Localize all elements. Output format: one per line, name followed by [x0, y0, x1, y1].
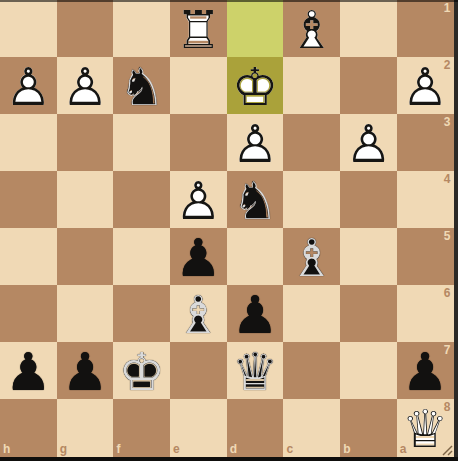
square-b4[interactable] — [340, 171, 397, 228]
coord-rank-1: 1 — [444, 2, 451, 14]
board-right-gutter — [454, 0, 458, 461]
piece-black-knight[interactable]: ♞♘ — [113, 57, 170, 114]
piece-glyph: ♟ — [5, 346, 52, 398]
piece-black-bishop[interactable]: ♝♗ — [170, 285, 227, 342]
piece-white-pawn[interactable]: ♟♙ — [170, 171, 227, 228]
piece-glyph-outline: ♙ — [62, 61, 109, 113]
piece-glyph-outline: ♕ — [232, 346, 279, 398]
piece-glyph: ♟ — [232, 289, 279, 341]
piece-glyph: ♟ — [345, 118, 392, 170]
piece-glyph-outline: ♘ — [118, 61, 165, 113]
piece-glyph-outline: ♘ — [232, 175, 279, 227]
piece-white-pawn[interactable]: ♟♙ — [227, 114, 284, 171]
piece-glyph: ♟ — [402, 61, 449, 113]
square-b5[interactable] — [340, 228, 397, 285]
square-f2[interactable]: ♞♘ — [113, 57, 170, 114]
piece-glyph-outline: ♖ — [175, 4, 222, 56]
square-e2[interactable] — [170, 57, 227, 114]
piece-black-pawn[interactable]: ♟ — [57, 342, 114, 399]
square-e3[interactable] — [170, 114, 227, 171]
square-d3[interactable]: ♟♙ — [227, 114, 284, 171]
piece-glyph-outline: ♙ — [232, 118, 279, 170]
square-c5[interactable]: ♝♗ — [283, 228, 340, 285]
square-e8[interactable]: e — [170, 399, 227, 456]
piece-glyph: ♟ — [232, 118, 279, 170]
piece-glyph: ♟ — [62, 61, 109, 113]
piece-glyph: ♚ — [232, 61, 279, 113]
coord-file-b: b — [343, 443, 350, 455]
piece-white-pawn[interactable]: ♟♙ — [340, 114, 397, 171]
chess-board: ♜♖♝♗1♟♙♟♙♞♘♚♔2♟♙♟♙♟♙3♟♙♞♘4♟♝♗5♝♗♟6♟♟♚♔♛♕… — [0, 0, 454, 457]
square-h4[interactable] — [0, 171, 57, 228]
piece-glyph-outline: ♔ — [118, 346, 165, 398]
square-f5[interactable] — [113, 228, 170, 285]
piece-glyph: ♚ — [118, 346, 165, 398]
square-g4[interactable] — [57, 171, 114, 228]
square-f4[interactable] — [113, 171, 170, 228]
square-e7[interactable] — [170, 342, 227, 399]
coord-file-h: h — [3, 443, 10, 455]
square-c2[interactable] — [283, 57, 340, 114]
square-a6[interactable]: 6 — [397, 285, 454, 342]
coord-file-c: c — [286, 443, 293, 455]
piece-glyph: ♟ — [62, 346, 109, 398]
square-c4[interactable] — [283, 171, 340, 228]
square-f1[interactable] — [113, 0, 170, 57]
coord-file-d: d — [230, 443, 237, 455]
coord-rank-4: 4 — [444, 173, 451, 185]
square-d5[interactable] — [227, 228, 284, 285]
square-h8[interactable]: h — [0, 399, 57, 456]
square-c3[interactable] — [283, 114, 340, 171]
square-d1[interactable] — [227, 0, 284, 57]
square-a5[interactable]: 5 — [397, 228, 454, 285]
square-g5[interactable] — [57, 228, 114, 285]
square-g7[interactable]: ♟ — [57, 342, 114, 399]
square-c8[interactable]: c — [283, 399, 340, 456]
square-e4[interactable]: ♟♙ — [170, 171, 227, 228]
square-c1[interactable]: ♝♗ — [283, 0, 340, 57]
coord-rank-6: 6 — [444, 287, 451, 299]
piece-glyph-outline: ♙ — [402, 61, 449, 113]
square-g1[interactable] — [57, 0, 114, 57]
piece-glyph: ♟ — [175, 232, 222, 284]
coord-rank-3: 3 — [444, 116, 451, 128]
piece-black-knight[interactable]: ♞♘ — [227, 171, 284, 228]
piece-glyph-outline: ♙ — [5, 61, 52, 113]
coord-file-e: e — [173, 443, 180, 455]
square-e5[interactable]: ♟ — [170, 228, 227, 285]
square-c6[interactable] — [283, 285, 340, 342]
square-d7[interactable]: ♛♕ — [227, 342, 284, 399]
coord-file-g: g — [60, 443, 67, 455]
square-h2[interactable]: ♟♙ — [0, 57, 57, 114]
square-a7[interactable]: 7♟ — [397, 342, 454, 399]
square-c7[interactable] — [283, 342, 340, 399]
piece-glyph: ♛ — [232, 346, 279, 398]
square-a4[interactable]: 4 — [397, 171, 454, 228]
piece-glyph-outline: ♔ — [232, 61, 279, 113]
piece-glyph: ♞ — [232, 175, 279, 227]
piece-white-pawn[interactable]: ♟♙ — [0, 57, 57, 114]
piece-black-pawn[interactable]: ♟ — [227, 285, 284, 342]
square-g2[interactable]: ♟♙ — [57, 57, 114, 114]
square-a2[interactable]: 2♟♙ — [397, 57, 454, 114]
piece-black-king[interactable]: ♚♔ — [113, 342, 170, 399]
square-d8[interactable]: d — [227, 399, 284, 456]
coord-rank-5: 5 — [444, 230, 451, 242]
square-f8[interactable]: f — [113, 399, 170, 456]
piece-white-rook[interactable]: ♜♖ — [170, 0, 227, 57]
square-b3[interactable]: ♟♙ — [340, 114, 397, 171]
piece-glyph: ♝ — [288, 4, 335, 56]
square-e6[interactable]: ♝♗ — [170, 285, 227, 342]
square-d4[interactable]: ♞♘ — [227, 171, 284, 228]
piece-black-queen[interactable]: ♛♕ — [227, 342, 284, 399]
square-f7[interactable]: ♚♔ — [113, 342, 170, 399]
square-h6[interactable] — [0, 285, 57, 342]
square-e1[interactable]: ♜♖ — [170, 0, 227, 57]
square-f6[interactable] — [113, 285, 170, 342]
piece-glyph: ♟ — [175, 175, 222, 227]
piece-black-pawn[interactable]: ♟ — [170, 228, 227, 285]
square-a1[interactable]: 1 — [397, 0, 454, 57]
piece-black-pawn[interactable]: ♟ — [397, 342, 454, 399]
piece-glyph-outline: ♙ — [175, 175, 222, 227]
piece-black-bishop[interactable]: ♝♗ — [283, 228, 340, 285]
square-h1[interactable] — [0, 0, 57, 57]
square-h5[interactable] — [0, 228, 57, 285]
square-h7[interactable]: ♟ — [0, 342, 57, 399]
square-g6[interactable] — [57, 285, 114, 342]
lichess-board-view: ♜♖♝♗1♟♙♟♙♞♘♚♔2♟♙♟♙♟♙3♟♙♞♘4♟♝♗5♝♗♟6♟♟♚♔♛♕… — [0, 0, 458, 461]
piece-black-pawn[interactable]: ♟ — [0, 342, 57, 399]
piece-white-pawn[interactable]: ♟♙ — [57, 57, 114, 114]
square-f3[interactable] — [113, 114, 170, 171]
piece-white-king[interactable]: ♚♔ — [227, 57, 284, 114]
square-g3[interactable] — [57, 114, 114, 171]
square-b1[interactable] — [340, 0, 397, 57]
piece-glyph: ♝ — [288, 232, 335, 284]
piece-glyph-outline: ♗ — [288, 232, 335, 284]
piece-glyph: ♟ — [402, 346, 449, 398]
square-d6[interactable]: ♟ — [227, 285, 284, 342]
square-a3[interactable]: 3 — [397, 114, 454, 171]
piece-glyph: ♞ — [118, 61, 165, 113]
square-d2[interactable]: ♚♔ — [227, 57, 284, 114]
piece-glyph-outline: ♙ — [345, 118, 392, 170]
board-bottom-gutter — [0, 457, 458, 461]
piece-glyph-outline: ♗ — [175, 289, 222, 341]
square-b2[interactable] — [340, 57, 397, 114]
piece-glyph-outline: ♗ — [288, 4, 335, 56]
piece-glyph: ♝ — [175, 289, 222, 341]
piece-glyph: ♟ — [5, 61, 52, 113]
square-b7[interactable] — [340, 342, 397, 399]
piece-glyph: ♜ — [175, 4, 222, 56]
square-b8[interactable]: b — [340, 399, 397, 456]
coord-file-f: f — [116, 443, 120, 455]
square-b6[interactable] — [340, 285, 397, 342]
piece-white-pawn[interactable]: ♟♙ — [397, 57, 454, 114]
resize-grip-icon[interactable] — [441, 444, 453, 456]
square-h3[interactable] — [0, 114, 57, 171]
square-a8[interactable]: a8♛♕ — [397, 399, 454, 456]
piece-white-bishop[interactable]: ♝♗ — [283, 0, 340, 57]
square-g8[interactable]: g — [57, 399, 114, 456]
